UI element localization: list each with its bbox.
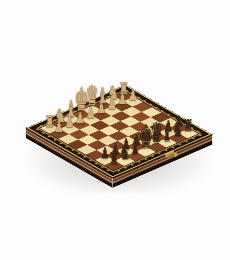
white-pawn[interactable]: ♟ bbox=[54, 119, 64, 134]
black-rook[interactable]: ♜ bbox=[109, 150, 120, 166]
white-pawn[interactable]: ♟ bbox=[107, 96, 117, 111]
square[interactable] bbox=[68, 139, 88, 149]
black-knight[interactable]: ♞ bbox=[119, 143, 131, 162]
black-rook[interactable]: ♜ bbox=[183, 118, 194, 134]
white-pawn[interactable]: ♟ bbox=[118, 92, 128, 107]
white-pawn[interactable]: ♟ bbox=[96, 101, 106, 116]
white-pawn[interactable]: ♟ bbox=[75, 110, 85, 125]
square[interactable] bbox=[89, 130, 109, 140]
black-bishop[interactable]: ♝ bbox=[129, 135, 141, 156]
white-pawn[interactable]: ♟ bbox=[86, 106, 96, 121]
square[interactable] bbox=[77, 145, 97, 155]
square[interactable] bbox=[78, 135, 98, 145]
square[interactable] bbox=[69, 130, 89, 140]
chess-board bbox=[0, 0, 230, 260]
white-pawn[interactable]: ♟ bbox=[65, 115, 75, 130]
white-pawn[interactable]: ♟ bbox=[128, 87, 138, 102]
black-knight[interactable]: ♞ bbox=[172, 120, 184, 139]
chess-set-photo: ♜♞♝♛♚♝♞♜♟♟♟♟♟♟♟♟♟♟♟♟♟♟♟♟♜♞♝♛♚♝♞♜ bbox=[0, 0, 230, 260]
